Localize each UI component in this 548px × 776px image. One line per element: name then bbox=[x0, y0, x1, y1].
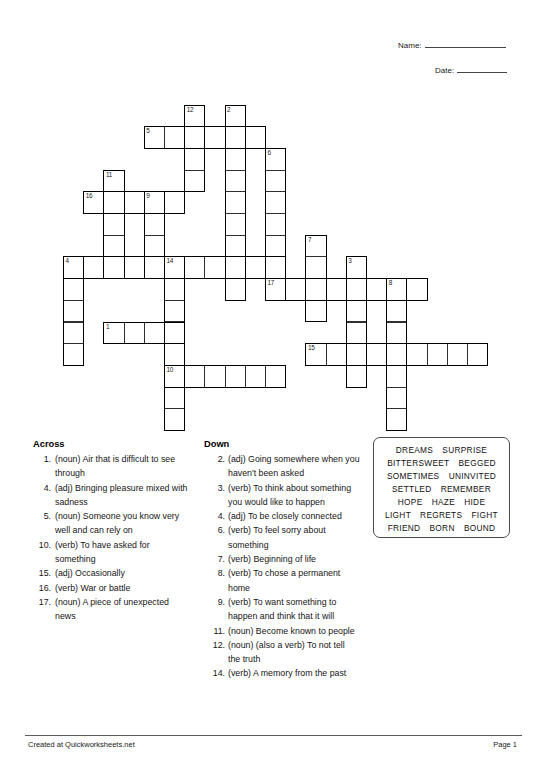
name-label: Name: bbox=[398, 41, 422, 50]
grid-cell[interactable] bbox=[265, 235, 286, 258]
clue-number: 1. bbox=[33, 452, 51, 481]
grid-cell[interactable] bbox=[63, 278, 84, 301]
grid-cell[interactable] bbox=[184, 256, 205, 279]
cell-number: 1 bbox=[106, 323, 109, 331]
grid-cell[interactable] bbox=[164, 126, 185, 149]
down-clues-section: Down 2.(adj) Going somewhere when you ha… bbox=[204, 439, 376, 681]
cell-number: 8 bbox=[389, 279, 392, 287]
grid-cell[interactable] bbox=[427, 343, 448, 366]
grid-cell[interactable] bbox=[204, 126, 225, 149]
cell-number: 6 bbox=[268, 149, 271, 157]
grid-cell[interactable] bbox=[164, 343, 185, 366]
cell-number: 12 bbox=[187, 106, 194, 114]
grid-cell[interactable] bbox=[164, 387, 185, 410]
clue-number: 14. bbox=[204, 666, 225, 680]
grid-cell[interactable] bbox=[184, 126, 205, 149]
grid-cell[interactable] bbox=[265, 213, 286, 236]
grid-cell[interactable] bbox=[164, 278, 185, 301]
grid-cell[interactable] bbox=[124, 191, 145, 214]
clue-item: 16.(verb) War or battle bbox=[33, 581, 201, 595]
clue-text: (verb) To feel sorry about something bbox=[228, 523, 370, 552]
clue-text: (verb) A memory from the past bbox=[228, 666, 370, 680]
across-heading: Across bbox=[33, 439, 201, 449]
cell-number: 7 bbox=[308, 236, 311, 244]
grid-cell[interactable] bbox=[386, 387, 407, 410]
grid-cell[interactable] bbox=[346, 278, 367, 301]
grid-cell[interactable] bbox=[467, 343, 488, 366]
clue-item: 4.(adj) To be closely connected bbox=[204, 509, 376, 523]
clue-item: 3.(verb) To think about something you wo… bbox=[204, 481, 376, 510]
cell-number: 4 bbox=[66, 257, 69, 265]
across-clue-list: 1.(noun) Air that is difficult to see th… bbox=[33, 452, 201, 624]
grid-cell[interactable] bbox=[305, 278, 326, 301]
word-bank-line: BITTERSWEET BEGGED bbox=[374, 457, 509, 470]
grid-cell[interactable] bbox=[386, 322, 407, 345]
clue-item: 9.(verb) To want something to happen and… bbox=[204, 595, 376, 624]
cell-number: 14 bbox=[167, 257, 174, 265]
clue-number: 17. bbox=[33, 595, 51, 624]
clue-text: (noun) (also a verb) To not tell the tru… bbox=[228, 638, 370, 667]
grid-cell[interactable] bbox=[144, 213, 165, 236]
grid-cell[interactable] bbox=[144, 235, 165, 258]
cell-number: 10 bbox=[167, 366, 174, 374]
grid-cell[interactable] bbox=[447, 343, 468, 366]
grid-cell[interactable] bbox=[63, 343, 84, 366]
clue-item: 2.(adj) Going somewhere when you haven't… bbox=[204, 452, 376, 481]
clue-text: (adj) Bringing pleasure mixed with sadne… bbox=[55, 481, 197, 510]
grid-cell[interactable] bbox=[144, 322, 165, 345]
across-clues-section: Across 1.(noun) Air that is difficult to… bbox=[33, 439, 201, 624]
grid-cell[interactable] bbox=[164, 408, 185, 431]
clue-item: 8.(verb) To chose a permanent home bbox=[204, 566, 376, 595]
date-field-row: Date: bbox=[435, 64, 507, 75]
clue-item: 6.(verb) To feel sorry about something bbox=[204, 523, 376, 552]
grid-cell[interactable]: 7 bbox=[305, 235, 326, 258]
grid-cell[interactable] bbox=[386, 343, 407, 366]
clue-number: 4. bbox=[204, 509, 225, 523]
grid-cell[interactable] bbox=[346, 322, 367, 345]
date-input-line[interactable] bbox=[457, 64, 507, 73]
clue-item: 11.(noun) Become known to people bbox=[204, 624, 376, 638]
grid-cell[interactable] bbox=[103, 213, 124, 236]
grid-cell[interactable] bbox=[265, 365, 286, 388]
grid-cell[interactable] bbox=[326, 343, 347, 366]
word-bank-line: FRIEND BORN BOUND bbox=[374, 522, 509, 535]
grid-cell[interactable] bbox=[144, 256, 165, 279]
clue-number: 10. bbox=[33, 538, 51, 567]
crossword-grid: 12256111697414317811510 bbox=[63, 105, 489, 432]
grid-cell[interactable]: 4 bbox=[63, 256, 84, 279]
grid-cell[interactable] bbox=[346, 300, 367, 323]
grid-cell[interactable] bbox=[225, 278, 246, 301]
grid-cell[interactable] bbox=[225, 148, 246, 171]
clue-number: 15. bbox=[33, 566, 51, 580]
clue-item: 5.(noun) Someone you know very well and … bbox=[33, 509, 201, 538]
grid-cell[interactable]: 1 bbox=[103, 322, 124, 345]
cell-number: 11 bbox=[106, 171, 112, 179]
grid-cell[interactable] bbox=[184, 148, 205, 171]
clue-item: 17.(noun) A piece of unexpected news bbox=[33, 595, 201, 624]
clue-item: 7.(verb) Beginning of life bbox=[204, 552, 376, 566]
grid-cell[interactable] bbox=[63, 322, 84, 345]
grid-cell[interactable] bbox=[83, 256, 104, 279]
word-bank-box: DREAMS SURPRISEBITTERSWEET BEGGEDSOMETIM… bbox=[373, 437, 510, 538]
grid-cell[interactable] bbox=[225, 170, 246, 193]
grid-cell[interactable]: 14 bbox=[164, 256, 185, 279]
grid-cell[interactable] bbox=[265, 191, 286, 214]
grid-cell[interactable] bbox=[204, 365, 225, 388]
grid-cell[interactable]: 10 bbox=[164, 365, 185, 388]
grid-cell[interactable] bbox=[184, 170, 205, 193]
clue-number: 9. bbox=[204, 595, 225, 624]
grid-cell[interactable] bbox=[103, 256, 124, 279]
clue-item: 12.(noun) (also a verb) To not tell the … bbox=[204, 638, 376, 667]
grid-cell[interactable] bbox=[386, 408, 407, 431]
date-label: Date: bbox=[435, 66, 454, 75]
grid-cell[interactable] bbox=[164, 322, 185, 345]
word-bank-line: LIGHT REGRETS FIGHT bbox=[374, 509, 509, 522]
clue-text: (verb) To chose a permanent home bbox=[228, 566, 370, 595]
clue-text: (adj) Occasionally bbox=[55, 566, 197, 580]
grid-cell[interactable] bbox=[366, 343, 387, 366]
grid-cell[interactable] bbox=[103, 235, 124, 258]
footer-page-number: Page 1 bbox=[493, 740, 517, 749]
clue-text: (noun) Someone you know very well and ca… bbox=[55, 509, 197, 538]
clue-item: 4.(adj) Bringing pleasure mixed with sad… bbox=[33, 481, 201, 510]
clue-item: 1.(noun) Air that is difficult to see th… bbox=[33, 452, 201, 481]
footer-credit: Created at Quickworksheets.net bbox=[28, 740, 135, 749]
grid-cell[interactable] bbox=[386, 300, 407, 323]
clue-number: 7. bbox=[204, 552, 225, 566]
word-bank-line: DREAMS SURPRISE bbox=[374, 444, 509, 457]
cell-number: 17 bbox=[268, 279, 275, 287]
grid-cell[interactable] bbox=[346, 343, 367, 366]
grid-cell[interactable]: 2 bbox=[225, 105, 246, 128]
clue-text: (noun) A piece of unexpected news bbox=[55, 595, 197, 624]
grid-cell[interactable] bbox=[164, 300, 185, 323]
word-bank-line: SOMETIMES UNINVITED bbox=[374, 470, 509, 483]
clue-text: (adj) To be closely connected bbox=[228, 509, 370, 523]
down-clue-list: 2.(adj) Going somewhere when you haven't… bbox=[204, 452, 376, 681]
grid-cell[interactable]: 11 bbox=[103, 170, 124, 193]
grid-cell[interactable]: 6 bbox=[265, 148, 286, 171]
grid-cell[interactable] bbox=[225, 365, 246, 388]
grid-cell[interactable]: 16 bbox=[83, 191, 104, 214]
grid-cell[interactable] bbox=[265, 170, 286, 193]
grid-cell[interactable] bbox=[366, 278, 387, 301]
clue-text: (verb) To think about something you woul… bbox=[228, 481, 370, 510]
clue-number: 5. bbox=[33, 509, 51, 538]
grid-cell[interactable]: 9 bbox=[144, 191, 165, 214]
grid-cell[interactable]: 3 bbox=[346, 256, 367, 279]
grid-cell[interactable] bbox=[245, 126, 266, 149]
grid-cell[interactable] bbox=[124, 256, 145, 279]
grid-cell[interactable] bbox=[406, 278, 427, 301]
grid-cell[interactable] bbox=[225, 256, 246, 279]
clue-number: 12. bbox=[204, 638, 225, 667]
cell-number: 9 bbox=[146, 192, 149, 200]
grid-cell[interactable]: 15 bbox=[305, 343, 326, 366]
cell-number: 5 bbox=[146, 127, 149, 135]
name-field-row: Name: bbox=[398, 39, 506, 50]
clue-number: 3. bbox=[204, 481, 225, 510]
grid-cell[interactable] bbox=[225, 126, 246, 149]
clue-number: 16. bbox=[33, 581, 51, 595]
grid-cell[interactable] bbox=[204, 256, 225, 279]
clue-number: 6. bbox=[204, 523, 225, 552]
footer-divider bbox=[25, 735, 522, 736]
grid-cell[interactable] bbox=[406, 343, 427, 366]
grid-cell[interactable] bbox=[386, 365, 407, 388]
grid-cell[interactable] bbox=[305, 300, 326, 323]
clue-text: (verb) Beginning of life bbox=[228, 552, 370, 566]
grid-cell[interactable] bbox=[245, 365, 266, 388]
cell-number: 16 bbox=[86, 192, 93, 200]
grid-cell[interactable] bbox=[245, 256, 266, 279]
grid-cell[interactable]: 17 bbox=[265, 278, 286, 301]
clue-number: 2. bbox=[204, 452, 225, 481]
cell-number: 3 bbox=[348, 257, 351, 265]
clue-text: (verb) To want something to happen and t… bbox=[228, 595, 370, 624]
grid-cell[interactable] bbox=[285, 278, 306, 301]
grid-cell[interactable]: 5 bbox=[144, 126, 165, 149]
clue-text: (verb) To have asked for something bbox=[55, 538, 197, 567]
grid-cell[interactable] bbox=[346, 365, 367, 388]
clue-number: 11. bbox=[204, 624, 225, 638]
cell-number: 15 bbox=[308, 344, 315, 352]
grid-cell[interactable] bbox=[103, 191, 124, 214]
grid-cell[interactable] bbox=[225, 235, 246, 258]
grid-cell[interactable] bbox=[265, 256, 286, 279]
grid-cell[interactable] bbox=[305, 256, 326, 279]
clue-number: 8. bbox=[204, 566, 225, 595]
clue-text: (adj) Going somewhere when you haven't b… bbox=[228, 452, 370, 481]
down-heading: Down bbox=[204, 439, 376, 449]
clue-item: 10.(verb) To have asked for something bbox=[33, 538, 201, 567]
grid-cell[interactable]: 12 bbox=[184, 105, 205, 128]
clue-text: (noun) Become known to people bbox=[228, 624, 370, 638]
clue-item: 14.(verb) A memory from the past bbox=[204, 666, 376, 680]
clue-text: (verb) War or battle bbox=[55, 581, 197, 595]
name-input-line[interactable] bbox=[425, 39, 506, 48]
grid-cell[interactable] bbox=[164, 191, 185, 214]
grid-cell[interactable]: 8 bbox=[386, 278, 407, 301]
cell-number: 2 bbox=[227, 106, 230, 114]
clue-item: 15.(adj) Occasionally bbox=[33, 566, 201, 580]
clue-number: 4. bbox=[33, 481, 51, 510]
grid-cell[interactable] bbox=[225, 191, 246, 214]
word-bank-line: HOPE HAZE HIDE bbox=[374, 496, 509, 509]
grid-cell[interactable] bbox=[124, 322, 145, 345]
grid-cell[interactable] bbox=[225, 213, 246, 236]
grid-cell[interactable] bbox=[63, 300, 84, 323]
grid-cell[interactable] bbox=[326, 278, 347, 301]
worksheet-page: Name: Date: 12256111697414317811510 Acro… bbox=[0, 0, 548, 776]
clue-text: (noun) Air that is difficult to see thro… bbox=[55, 452, 197, 481]
grid-cell[interactable] bbox=[184, 365, 205, 388]
word-bank-line: SETTLED REMEMBER bbox=[374, 483, 509, 496]
